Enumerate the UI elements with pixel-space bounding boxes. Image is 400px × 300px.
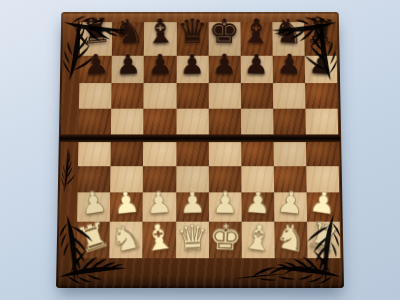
square-c2[interactable]: ♟ — [143, 192, 176, 221]
piece-wP-f2[interactable]: ♟ — [244, 188, 272, 219]
square-a6[interactable] — [79, 83, 112, 108]
square-h6[interactable] — [305, 83, 338, 108]
square-e6[interactable] — [208, 83, 240, 108]
square-a7[interactable]: ♟ — [79, 56, 112, 83]
piece-wK-e1[interactable]: ♚ — [208, 220, 242, 256]
board-hinge — [60, 134, 340, 142]
square-c1[interactable]: ♝ — [143, 222, 176, 258]
piece-wQ-d1[interactable]: ♛ — [175, 220, 209, 256]
piece-bP-d7[interactable]: ♟ — [180, 51, 205, 79]
square-b4[interactable] — [111, 141, 144, 167]
piece-bK-e8[interactable]: ♚ — [209, 15, 241, 49]
piece-wP-a2[interactable]: ♟ — [79, 187, 110, 220]
photo-scene: ♜♞♝♛♚♝♞♜♟♟♟♟♟♟♟♟♟♟♟♟♟♟♟♟♜♞♝♛♚♝♞♜ — [0, 0, 400, 300]
square-f5[interactable] — [241, 108, 274, 134]
piece-bN-g8[interactable]: ♞ — [272, 14, 305, 50]
square-a4[interactable] — [78, 141, 111, 167]
square-a5[interactable] — [79, 108, 112, 134]
piece-bP-b7[interactable]: ♟ — [115, 50, 141, 78]
square-g4[interactable] — [274, 141, 307, 167]
square-h5[interactable] — [306, 108, 339, 134]
piece-bB-c8[interactable]: ♝ — [144, 14, 177, 49]
square-d5[interactable] — [176, 108, 208, 134]
square-b7[interactable]: ♟ — [112, 56, 144, 83]
piece-bR-h8[interactable]: ♜ — [303, 13, 337, 49]
square-g5[interactable] — [273, 108, 306, 134]
square-g1[interactable]: ♞ — [274, 222, 307, 258]
square-d6[interactable] — [176, 83, 208, 108]
square-d7[interactable]: ♟ — [176, 56, 208, 83]
piece-bP-f7[interactable]: ♟ — [244, 51, 270, 79]
piece-wP-d2[interactable]: ♟ — [179, 188, 206, 218]
piece-bP-g7[interactable]: ♟ — [276, 50, 302, 78]
square-c6[interactable] — [144, 83, 176, 108]
square-f7[interactable]: ♟ — [241, 56, 273, 83]
square-c7[interactable]: ♟ — [144, 56, 176, 83]
square-f6[interactable] — [241, 83, 274, 108]
square-e4[interactable] — [209, 141, 242, 167]
square-b6[interactable] — [111, 83, 144, 108]
piece-bP-h7[interactable]: ♟ — [308, 50, 335, 79]
square-b5[interactable] — [111, 108, 144, 134]
square-c5[interactable] — [144, 108, 177, 134]
square-h1[interactable]: ♜ — [307, 222, 341, 258]
piece-bR-a8[interactable]: ♜ — [79, 13, 113, 49]
square-d4[interactable] — [176, 141, 209, 167]
bottom-edge-carving-icon — [232, 263, 332, 283]
left-edge-carving-icon — [61, 144, 76, 194]
piece-wB-c1[interactable]: ♝ — [141, 218, 178, 257]
square-f4[interactable] — [241, 141, 274, 167]
square-g7[interactable]: ♟ — [273, 56, 306, 83]
square-g6[interactable] — [273, 83, 306, 108]
square-b1[interactable]: ♞ — [110, 222, 143, 258]
piece-bP-a7[interactable]: ♟ — [82, 50, 109, 79]
piece-bN-b8[interactable]: ♞ — [112, 14, 145, 50]
square-c4[interactable] — [143, 141, 176, 167]
square-d1[interactable]: ♛ — [176, 222, 209, 258]
piece-bP-c7[interactable]: ♟ — [147, 51, 173, 79]
square-h7[interactable]: ♟ — [305, 56, 338, 83]
piece-bP-e7[interactable]: ♟ — [212, 51, 237, 79]
chess-board: ♜♞♝♛♚♝♞♜♟♟♟♟♟♟♟♟♟♟♟♟♟♟♟♟♜♞♝♛♚♝♞♜ — [56, 12, 344, 288]
square-e7[interactable]: ♟ — [208, 56, 240, 83]
square-h4[interactable] — [306, 141, 339, 167]
piece-wP-e2[interactable]: ♟ — [211, 188, 238, 218]
square-a1[interactable]: ♜ — [76, 222, 109, 258]
piece-wP-c2[interactable]: ♟ — [145, 188, 173, 219]
square-e5[interactable] — [208, 108, 241, 134]
piece-bB-f8[interactable]: ♝ — [240, 14, 272, 49]
piece-bQ-d8[interactable]: ♛ — [177, 15, 209, 49]
square-e1[interactable]: ♚ — [209, 222, 242, 258]
